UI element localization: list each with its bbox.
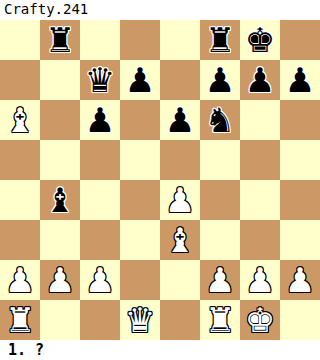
- piece-white-bishop[interactable]: ♝: [160, 220, 200, 260]
- square-a3[interactable]: [0, 220, 40, 260]
- square-e8[interactable]: [160, 20, 200, 60]
- piece-white-bishop[interactable]: ♝: [0, 100, 40, 140]
- square-d4[interactable]: [120, 180, 160, 220]
- square-b4[interactable]: ♝: [40, 180, 80, 220]
- square-g8[interactable]: ♚: [240, 20, 280, 60]
- square-g1[interactable]: ♚: [240, 300, 280, 340]
- square-c8[interactable]: [80, 20, 120, 60]
- square-b7[interactable]: [40, 60, 80, 100]
- square-a1[interactable]: ♜: [0, 300, 40, 340]
- piece-black-bishop[interactable]: ♝: [40, 180, 80, 220]
- square-e6[interactable]: ♟: [160, 100, 200, 140]
- square-f8[interactable]: ♜: [200, 20, 240, 60]
- square-b2[interactable]: ♟: [40, 260, 80, 300]
- square-f6[interactable]: ♞: [200, 100, 240, 140]
- square-f1[interactable]: ♜: [200, 300, 240, 340]
- square-h6[interactable]: [280, 100, 320, 140]
- square-f5[interactable]: [200, 140, 240, 180]
- square-f2[interactable]: ♟: [200, 260, 240, 300]
- square-e3[interactable]: ♝: [160, 220, 200, 260]
- piece-black-rook[interactable]: ♜: [200, 20, 240, 60]
- chess-app-window: Crafty.241 ♜♜♚♛♟♟♟♟♝♟♟♞♝♟♝♟♟♟♟♟♟♜♛♜♚ 1. …: [0, 0, 320, 360]
- square-e2[interactable]: [160, 260, 200, 300]
- piece-white-pawn[interactable]: ♟: [40, 260, 80, 300]
- square-c6[interactable]: ♟: [80, 100, 120, 140]
- square-h7[interactable]: ♟: [280, 60, 320, 100]
- square-g7[interactable]: ♟: [240, 60, 280, 100]
- piece-white-pawn[interactable]: ♟: [160, 180, 200, 220]
- page-title: Crafty.241: [0, 0, 320, 20]
- square-c1[interactable]: [80, 300, 120, 340]
- piece-black-pawn[interactable]: ♟: [160, 100, 200, 140]
- square-d8[interactable]: [120, 20, 160, 60]
- square-h3[interactable]: [280, 220, 320, 260]
- square-g4[interactable]: [240, 180, 280, 220]
- piece-black-pawn[interactable]: ♟: [80, 100, 120, 140]
- square-d6[interactable]: [120, 100, 160, 140]
- square-b8[interactable]: ♜: [40, 20, 80, 60]
- square-h2[interactable]: ♟: [280, 260, 320, 300]
- square-a5[interactable]: [0, 140, 40, 180]
- square-h4[interactable]: [280, 180, 320, 220]
- chess-board: ♜♜♚♛♟♟♟♟♝♟♟♞♝♟♝♟♟♟♟♟♟♜♛♜♚: [0, 20, 320, 340]
- square-e4[interactable]: ♟: [160, 180, 200, 220]
- piece-black-pawn[interactable]: ♟: [240, 60, 280, 100]
- piece-black-pawn[interactable]: ♟: [120, 60, 160, 100]
- square-d2[interactable]: [120, 260, 160, 300]
- square-f7[interactable]: ♟: [200, 60, 240, 100]
- piece-white-rook[interactable]: ♜: [200, 300, 240, 340]
- square-g6[interactable]: [240, 100, 280, 140]
- piece-white-pawn[interactable]: ♟: [0, 260, 40, 300]
- square-f3[interactable]: [200, 220, 240, 260]
- square-d1[interactable]: ♛: [120, 300, 160, 340]
- square-c2[interactable]: ♟: [80, 260, 120, 300]
- square-b3[interactable]: [40, 220, 80, 260]
- move-prompt: 1. ?: [0, 340, 320, 360]
- square-h5[interactable]: [280, 140, 320, 180]
- piece-black-pawn[interactable]: ♟: [200, 60, 240, 100]
- square-a8[interactable]: [0, 20, 40, 60]
- square-b5[interactable]: [40, 140, 80, 180]
- piece-white-rook[interactable]: ♜: [0, 300, 40, 340]
- piece-black-king[interactable]: ♚: [240, 20, 280, 60]
- square-g5[interactable]: [240, 140, 280, 180]
- piece-black-rook[interactable]: ♜: [40, 20, 80, 60]
- piece-black-pawn[interactable]: ♟: [280, 60, 320, 100]
- piece-white-pawn[interactable]: ♟: [80, 260, 120, 300]
- square-g3[interactable]: [240, 220, 280, 260]
- piece-white-queen[interactable]: ♛: [120, 300, 160, 340]
- square-c4[interactable]: [80, 180, 120, 220]
- square-e5[interactable]: [160, 140, 200, 180]
- piece-white-king[interactable]: ♚: [240, 300, 280, 340]
- square-a2[interactable]: ♟: [0, 260, 40, 300]
- square-c7[interactable]: ♛: [80, 60, 120, 100]
- square-a4[interactable]: [0, 180, 40, 220]
- piece-black-knight[interactable]: ♞: [200, 100, 240, 140]
- square-e7[interactable]: [160, 60, 200, 100]
- square-h1[interactable]: [280, 300, 320, 340]
- square-d3[interactable]: [120, 220, 160, 260]
- square-a6[interactable]: ♝: [0, 100, 40, 140]
- square-g2[interactable]: ♟: [240, 260, 280, 300]
- square-d5[interactable]: [120, 140, 160, 180]
- square-b6[interactable]: [40, 100, 80, 140]
- piece-white-pawn[interactable]: ♟: [200, 260, 240, 300]
- square-c5[interactable]: [80, 140, 120, 180]
- square-c3[interactable]: [80, 220, 120, 260]
- square-h8[interactable]: [280, 20, 320, 60]
- piece-white-pawn[interactable]: ♟: [280, 260, 320, 300]
- piece-black-queen[interactable]: ♛: [80, 60, 120, 100]
- square-b1[interactable]: [40, 300, 80, 340]
- square-a7[interactable]: [0, 60, 40, 100]
- square-d7[interactable]: ♟: [120, 60, 160, 100]
- square-f4[interactable]: [200, 180, 240, 220]
- piece-white-pawn[interactable]: ♟: [240, 260, 280, 300]
- square-e1[interactable]: [160, 300, 200, 340]
